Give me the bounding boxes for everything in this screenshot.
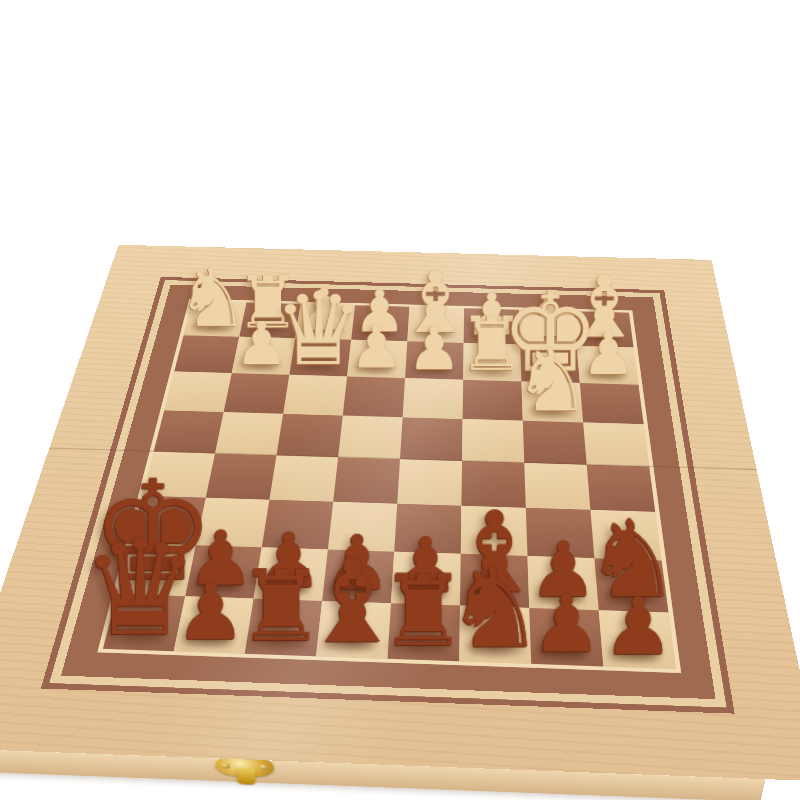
square-c6[interactable] [283, 375, 347, 416]
square-c4[interactable] [269, 455, 338, 501]
piece-light-knight-g6[interactable]: ♞ [514, 346, 592, 416]
square-d7[interactable]: ♟ [347, 340, 407, 378]
piece-dark-pawn-h1[interactable]: ♟ [603, 595, 674, 658]
square-a7[interactable] [174, 335, 239, 373]
square-d5[interactable] [338, 415, 402, 459]
piece-light-pawn-e7[interactable]: ♟ [408, 325, 462, 373]
border-band: ♞♜♟♟♝♟♟♝♟♛♟♟♜♚♟♞♚♟♟♟♟♝♟♞♛♟♜♝♜♞♟♟ [61, 285, 716, 700]
piece-light-pawn-d7[interactable]: ♟ [350, 324, 403, 372]
clasp-latch [237, 768, 255, 785]
square-h5[interactable] [583, 423, 649, 467]
square-e7[interactable]: ♟ [405, 341, 464, 379]
board-frame: ♞♜♟♟♝♟♟♝♟♛♟♟♜♚♟♞♚♟♟♟♟♝♟♞♛♟♜♝♜♞♟♟ [0, 245, 800, 782]
square-f5[interactable] [462, 419, 524, 463]
square-b4[interactable] [206, 453, 277, 499]
border-pinstripe: ♞♜♟♟♝♟♟♝♟♛♟♟♜♚♟♞♚♟♟♟♟♝♟♞♛♟♜♝♜♞♟♟ [97, 299, 681, 673]
border-light-gap: ♞♜♟♟♝♟♟♝♟♛♟♟♜♚♟♞♚♟♟♟♟♝♟♞♛♟♜♝♜♞♟♟ [49, 280, 726, 707]
square-e6[interactable] [403, 378, 464, 419]
square-e5[interactable] [400, 417, 463, 461]
square-d6[interactable] [343, 376, 405, 417]
square-g6[interactable]: ♞ [521, 381, 583, 422]
square-b6[interactable] [224, 373, 290, 414]
square-c5[interactable] [276, 414, 342, 457]
piece-dark-pawn-b1[interactable]: ♟ [176, 581, 246, 644]
square-d4[interactable] [333, 457, 400, 504]
folding-chess-board: ♞♜♟♟♝♟♟♝♟♛♟♟♜♚♟♞♚♟♟♟♟♝♟♞♛♟♜♝♜♞♟♟ [0, 245, 800, 782]
chess-set-scene: ♞♜♟♟♝♟♟♝♟♛♟♟♜♚♟♞♚♟♟♟♟♝♟♞♛♟♜♝♜♞♟♟ [46, 105, 754, 800]
square-g1[interactable]: ♟ [529, 608, 603, 667]
brass-clasp [214, 754, 276, 786]
clasp-screw-icon [260, 765, 269, 771]
square-g5[interactable] [523, 421, 587, 465]
square-a6[interactable] [164, 372, 231, 412]
square-h1[interactable]: ♟ [599, 610, 676, 669]
piece-dark-pawn-g1[interactable]: ♟ [531, 593, 602, 656]
square-f1[interactable]: ♞ [459, 606, 531, 664]
square-a5[interactable] [154, 410, 224, 453]
chess-board: ♞♜♟♟♝♟♟♝♟♛♟♟♜♚♟♞♚♟♟♟♟♝♟♞♛♟♜♝♜♞♟♟ [103, 301, 676, 669]
square-b5[interactable] [215, 412, 283, 455]
product-photo-canvas: ♞♜♟♟♝♟♟♝♟♛♟♟♜♚♟♞♚♟♟♟♟♝♟♞♛♟♜♝♜♞♟♟ [0, 0, 800, 800]
piece-dark-knight-f1[interactable]: ♞ [445, 565, 544, 654]
border-outer-stripe: ♞♜♟♟♝♟♟♝♟♛♟♟♜♚♟♞♚♟♟♟♟♝♟♞♛♟♜♝♜♞♟♟ [41, 277, 735, 714]
square-a1[interactable]: ♛ [103, 594, 185, 651]
square-c7[interactable]: ♛ [289, 338, 351, 376]
clasp-screw-icon [222, 763, 231, 769]
